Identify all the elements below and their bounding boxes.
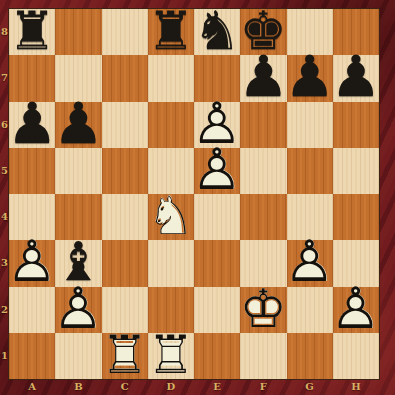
chess-board: ♜♜♞♚♟♟♟♟♟♟♙♟♙♞♘♟♙♝♟♙♟♙♚♔♟♙♜♖♜♖ <box>9 9 379 379</box>
square-e1[interactable] <box>194 333 240 379</box>
rank-label-4: 4 <box>0 211 9 223</box>
piece-black-pawn[interactable]: ♟ <box>333 55 379 101</box>
piece-black-knight[interactable]: ♞ <box>194 9 240 55</box>
piece-black-rook[interactable]: ♜ <box>9 9 55 55</box>
file-label-c: C <box>102 380 148 394</box>
square-d8[interactable]: ♜ <box>148 9 194 55</box>
square-f6[interactable] <box>240 102 286 148</box>
square-g6[interactable] <box>287 102 333 148</box>
square-f4[interactable] <box>240 194 286 240</box>
square-g1[interactable] <box>287 333 333 379</box>
piece-white-pawn[interactable]: ♟♙ <box>194 148 240 194</box>
square-d3[interactable] <box>148 240 194 286</box>
piece-white-rook[interactable]: ♜♖ <box>102 333 148 379</box>
piece-black-pawn[interactable]: ♟ <box>240 55 286 101</box>
file-label-b: B <box>55 380 101 394</box>
square-b6[interactable]: ♟ <box>55 102 101 148</box>
square-g7[interactable]: ♟ <box>287 55 333 101</box>
file-label-g: G <box>287 380 333 394</box>
square-h4[interactable] <box>333 194 379 240</box>
square-c7[interactable] <box>102 55 148 101</box>
square-d6[interactable] <box>148 102 194 148</box>
square-c3[interactable] <box>102 240 148 286</box>
square-e3[interactable] <box>194 240 240 286</box>
chess-diagram: ♜♜♞♚♟♟♟♟♟♟♙♟♙♞♘♟♙♝♟♙♟♙♚♔♟♙♜♖♜♖ 87654321A… <box>0 0 395 395</box>
square-e5[interactable]: ♟♙ <box>194 148 240 194</box>
square-h1[interactable] <box>333 333 379 379</box>
piece-white-knight[interactable]: ♞♘ <box>148 194 194 240</box>
piece-white-rook[interactable]: ♜♖ <box>148 333 194 379</box>
piece-white-pawn[interactable]: ♟♙ <box>287 240 333 286</box>
rank-label-6: 6 <box>0 119 9 131</box>
square-h7[interactable]: ♟ <box>333 55 379 101</box>
rank-label-5: 5 <box>0 165 9 177</box>
file-label-f: F <box>240 380 286 394</box>
square-d7[interactable] <box>148 55 194 101</box>
square-g5[interactable] <box>287 148 333 194</box>
square-c6[interactable] <box>102 102 148 148</box>
square-c8[interactable] <box>102 9 148 55</box>
file-label-d: D <box>148 380 194 394</box>
square-d4[interactable]: ♞♘ <box>148 194 194 240</box>
square-e8[interactable]: ♞ <box>194 9 240 55</box>
square-b8[interactable] <box>55 9 101 55</box>
piece-black-rook[interactable]: ♜ <box>148 9 194 55</box>
square-c4[interactable] <box>102 194 148 240</box>
piece-white-pawn[interactable]: ♟♙ <box>55 287 101 333</box>
square-a5[interactable] <box>9 148 55 194</box>
rank-label-7: 7 <box>0 72 9 84</box>
square-g3[interactable]: ♟♙ <box>287 240 333 286</box>
rank-label-8: 8 <box>0 26 9 38</box>
file-label-h: H <box>333 380 379 394</box>
piece-white-pawn[interactable]: ♟♙ <box>333 287 379 333</box>
square-a2[interactable] <box>9 287 55 333</box>
square-d1[interactable]: ♜♖ <box>148 333 194 379</box>
rank-label-2: 2 <box>0 304 9 316</box>
square-c5[interactable] <box>102 148 148 194</box>
square-f1[interactable] <box>240 333 286 379</box>
file-label-a: A <box>9 380 55 394</box>
square-b1[interactable] <box>55 333 101 379</box>
piece-black-pawn[interactable]: ♟ <box>55 102 101 148</box>
square-b2[interactable]: ♟♙ <box>55 287 101 333</box>
square-f7[interactable]: ♟ <box>240 55 286 101</box>
square-c1[interactable]: ♜♖ <box>102 333 148 379</box>
square-e4[interactable] <box>194 194 240 240</box>
file-label-e: E <box>194 380 240 394</box>
square-h6[interactable] <box>333 102 379 148</box>
square-a6[interactable]: ♟ <box>9 102 55 148</box>
piece-white-pawn[interactable]: ♟♙ <box>9 240 55 286</box>
square-h5[interactable] <box>333 148 379 194</box>
square-a8[interactable]: ♜ <box>9 9 55 55</box>
piece-white-king[interactable]: ♚♔ <box>240 287 286 333</box>
square-f5[interactable] <box>240 148 286 194</box>
piece-black-pawn[interactable]: ♟ <box>287 55 333 101</box>
rank-label-3: 3 <box>0 257 9 269</box>
square-e2[interactable] <box>194 287 240 333</box>
square-f2[interactable]: ♚♔ <box>240 287 286 333</box>
piece-black-pawn[interactable]: ♟ <box>9 102 55 148</box>
square-a3[interactable]: ♟♙ <box>9 240 55 286</box>
square-a1[interactable] <box>9 333 55 379</box>
square-g2[interactable] <box>287 287 333 333</box>
square-b5[interactable] <box>55 148 101 194</box>
rank-label-1: 1 <box>0 350 9 362</box>
square-h2[interactable]: ♟♙ <box>333 287 379 333</box>
